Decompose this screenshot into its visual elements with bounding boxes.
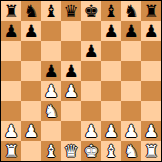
square-c7[interactable] [41, 21, 61, 41]
square-e1[interactable]: ♚ [81, 141, 101, 161]
square-a5[interactable] [1, 61, 21, 81]
square-b1[interactable] [21, 141, 41, 161]
square-c3[interactable]: ♞ [41, 101, 61, 121]
square-h3[interactable] [141, 101, 161, 121]
square-g2[interactable]: ♟ [121, 121, 141, 141]
square-d6[interactable] [61, 41, 81, 61]
piece-black-pawn[interactable]: ♟ [103, 21, 118, 41]
piece-black-rook[interactable]: ♜ [3, 1, 18, 21]
square-e2[interactable]: ♟ [81, 121, 101, 141]
piece-white-pawn[interactable]: ♟ [83, 121, 98, 141]
square-c4[interactable]: ♟ [41, 81, 61, 101]
square-g6[interactable] [121, 41, 141, 61]
square-f4[interactable] [101, 81, 121, 101]
square-a7[interactable]: ♟ [1, 21, 21, 41]
square-h2[interactable]: ♟ [141, 121, 161, 141]
square-d3[interactable] [61, 101, 81, 121]
square-b2[interactable]: ♟ [21, 121, 41, 141]
square-e4[interactable] [81, 81, 101, 101]
square-h5[interactable] [141, 61, 161, 81]
piece-white-knight[interactable]: ♞ [43, 101, 58, 121]
square-f3[interactable] [101, 101, 121, 121]
square-b3[interactable] [21, 101, 41, 121]
piece-black-queen[interactable]: ♛ [63, 1, 78, 21]
square-b4[interactable] [21, 81, 41, 101]
square-a8[interactable]: ♜ [1, 1, 21, 21]
piece-black-pawn[interactable]: ♟ [23, 21, 38, 41]
square-a1[interactable]: ♜ [1, 141, 21, 161]
square-h1[interactable]: ♜ [141, 141, 161, 161]
square-g7[interactable]: ♟ [121, 21, 141, 41]
square-c2[interactable] [41, 121, 61, 141]
square-d5[interactable]: ♟ [61, 61, 81, 81]
square-f5[interactable] [101, 61, 121, 81]
square-c8[interactable]: ♝ [41, 1, 61, 21]
piece-black-knight[interactable]: ♞ [23, 1, 38, 21]
piece-black-pawn[interactable]: ♟ [63, 61, 78, 81]
square-g8[interactable]: ♞ [121, 1, 141, 21]
piece-white-rook[interactable]: ♜ [143, 141, 158, 161]
piece-black-knight[interactable]: ♞ [123, 1, 138, 21]
square-g3[interactable] [121, 101, 141, 121]
piece-white-pawn[interactable]: ♟ [23, 121, 38, 141]
piece-black-king[interactable]: ♚ [83, 1, 98, 21]
piece-white-pawn[interactable]: ♟ [103, 121, 118, 141]
square-a2[interactable]: ♟ [1, 121, 21, 141]
square-h7[interactable]: ♟ [141, 21, 161, 41]
square-b7[interactable]: ♟ [21, 21, 41, 41]
square-f7[interactable]: ♟ [101, 21, 121, 41]
square-c1[interactable]: ♝ [41, 141, 61, 161]
square-f8[interactable]: ♝ [101, 1, 121, 21]
piece-black-pawn[interactable]: ♟ [3, 21, 18, 41]
square-f1[interactable]: ♝ [101, 141, 121, 161]
square-h4[interactable] [141, 81, 161, 101]
square-b8[interactable]: ♞ [21, 1, 41, 21]
square-a4[interactable] [1, 81, 21, 101]
piece-white-queen[interactable]: ♛ [63, 141, 78, 161]
piece-white-pawn[interactable]: ♟ [143, 121, 158, 141]
square-f2[interactable]: ♟ [101, 121, 121, 141]
piece-white-pawn[interactable]: ♟ [63, 81, 78, 101]
square-g5[interactable] [121, 61, 141, 81]
piece-white-bishop[interactable]: ♝ [103, 141, 118, 161]
piece-black-bishop[interactable]: ♝ [103, 1, 118, 21]
piece-black-pawn[interactable]: ♟ [83, 41, 98, 61]
square-e5[interactable] [81, 61, 101, 81]
square-d4[interactable]: ♟ [61, 81, 81, 101]
piece-white-pawn[interactable]: ♟ [43, 81, 58, 101]
square-d2[interactable] [61, 121, 81, 141]
chess-board: ♜♞♝♛♚♝♞♜♟♟♟♟♟♟♟♟♟♟♞♟♟♟♟♟♟♜♝♛♚♝♞♜ [0, 0, 162, 162]
square-e7[interactable] [81, 21, 101, 41]
square-d1[interactable]: ♛ [61, 141, 81, 161]
square-f6[interactable] [101, 41, 121, 61]
square-b5[interactable] [21, 61, 41, 81]
piece-white-bishop[interactable]: ♝ [43, 141, 58, 161]
square-a3[interactable] [1, 101, 21, 121]
square-h6[interactable] [141, 41, 161, 61]
piece-black-pawn[interactable]: ♟ [123, 21, 138, 41]
piece-white-rook[interactable]: ♜ [3, 141, 18, 161]
square-a6[interactable] [1, 41, 21, 61]
square-d7[interactable] [61, 21, 81, 41]
square-c6[interactable] [41, 41, 61, 61]
piece-white-pawn[interactable]: ♟ [3, 121, 18, 141]
square-d8[interactable]: ♛ [61, 1, 81, 21]
square-e8[interactable]: ♚ [81, 1, 101, 21]
square-e6[interactable]: ♟ [81, 41, 101, 61]
square-h8[interactable]: ♜ [141, 1, 161, 21]
piece-black-rook[interactable]: ♜ [143, 1, 158, 21]
piece-black-pawn[interactable]: ♟ [43, 61, 58, 81]
square-g4[interactable] [121, 81, 141, 101]
piece-black-bishop[interactable]: ♝ [43, 1, 58, 21]
piece-white-knight[interactable]: ♞ [123, 141, 138, 161]
piece-black-pawn[interactable]: ♟ [143, 21, 158, 41]
piece-white-king[interactable]: ♚ [83, 141, 98, 161]
square-e3[interactable] [81, 101, 101, 121]
square-g1[interactable]: ♞ [121, 141, 141, 161]
piece-white-pawn[interactable]: ♟ [123, 121, 138, 141]
square-b6[interactable] [21, 41, 41, 61]
square-c5[interactable]: ♟ [41, 61, 61, 81]
